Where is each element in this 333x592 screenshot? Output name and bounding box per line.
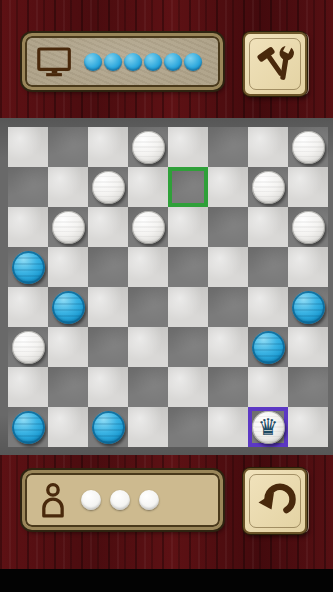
board-cell[interactable]: [168, 247, 208, 287]
blue-piece[interactable]: [12, 411, 45, 444]
board-cell[interactable]: [288, 407, 328, 447]
board-cell[interactable]: [128, 407, 168, 447]
board-cell[interactable]: [208, 407, 248, 447]
hammer-wrench-icon: [253, 42, 297, 86]
captured-piece-dot: [184, 53, 202, 71]
board-cell[interactable]: [8, 407, 48, 447]
board-cell[interactable]: [248, 167, 288, 207]
board-cell[interactable]: [248, 327, 288, 367]
board-cell[interactable]: [128, 127, 168, 167]
board-cell[interactable]: [48, 207, 88, 247]
board-cell[interactable]: [8, 167, 48, 207]
board-cell[interactable]: [88, 207, 128, 247]
bottom-black-bar: [0, 569, 333, 592]
board-cell[interactable]: [128, 167, 168, 207]
white-piece[interactable]: [52, 211, 85, 244]
undo-button[interactable]: [243, 468, 307, 534]
king-crown-icon: ♛: [252, 411, 285, 444]
app-screen: ♛: [0, 0, 333, 592]
blue-piece[interactable]: [12, 251, 45, 284]
board-cell[interactable]: [248, 207, 288, 247]
board-cell[interactable]: [48, 127, 88, 167]
captured-piece-dot: [84, 53, 102, 71]
board-cell[interactable]: [168, 367, 208, 407]
board-cell[interactable]: [8, 127, 48, 167]
board-cell[interactable]: [168, 127, 208, 167]
white-piece[interactable]: [292, 211, 325, 244]
person-icon: [25, 482, 66, 518]
board-cell[interactable]: [88, 327, 128, 367]
board-cell[interactable]: [88, 407, 128, 447]
white-piece[interactable]: [92, 171, 125, 204]
board-cell[interactable]: [8, 207, 48, 247]
board-cell[interactable]: [248, 247, 288, 287]
board-cell[interactable]: [288, 287, 328, 327]
blue-piece[interactable]: [92, 411, 125, 444]
board-cell[interactable]: [88, 367, 128, 407]
checkers-board: ♛: [0, 118, 333, 455]
board-cell[interactable]: [8, 287, 48, 327]
board-cell[interactable]: [48, 167, 88, 207]
board-cell[interactable]: [208, 127, 248, 167]
white-piece[interactable]: [12, 331, 45, 364]
board-cell[interactable]: ♛: [248, 407, 288, 447]
board-cell[interactable]: [288, 247, 328, 287]
player-captured-panel: [22, 470, 223, 530]
board-cell[interactable]: [128, 287, 168, 327]
captured-piece-dot: [110, 490, 130, 510]
computer-monitor-icon: [25, 46, 73, 78]
captured-piece-dot: [139, 490, 159, 510]
captured-piece-dot: [144, 53, 162, 71]
board-cell[interactable]: [48, 287, 88, 327]
board-cell[interactable]: [128, 247, 168, 287]
board-cell[interactable]: [128, 207, 168, 247]
captured-piece-dot: [164, 53, 182, 71]
board-cell[interactable]: [288, 127, 328, 167]
white-piece[interactable]: [252, 171, 285, 204]
white-piece[interactable]: [132, 211, 165, 244]
board-cell[interactable]: [48, 407, 88, 447]
white-piece[interactable]: [132, 131, 165, 164]
board-cell[interactable]: [208, 287, 248, 327]
board-cell[interactable]: [48, 327, 88, 367]
board-grid: ♛: [8, 127, 328, 447]
board-cell[interactable]: [48, 247, 88, 287]
board-cell[interactable]: [208, 167, 248, 207]
white-king-piece[interactable]: ♛: [252, 411, 285, 444]
board-cell[interactable]: [208, 207, 248, 247]
board-cell[interactable]: [288, 367, 328, 407]
board-cell[interactable]: [88, 167, 128, 207]
undo-arrow-icon: [253, 479, 297, 523]
board-cell[interactable]: [288, 167, 328, 207]
board-cell[interactable]: [88, 247, 128, 287]
player-captured-dots: [81, 490, 168, 510]
board-cell[interactable]: [208, 327, 248, 367]
blue-piece[interactable]: [292, 291, 325, 324]
board-cell[interactable]: [248, 367, 288, 407]
board-cell[interactable]: [168, 287, 208, 327]
board-cell[interactable]: [8, 367, 48, 407]
board-cell[interactable]: [88, 287, 128, 327]
board-cell[interactable]: [168, 167, 208, 207]
settings-button[interactable]: [243, 32, 307, 96]
board-cell[interactable]: [208, 367, 248, 407]
captured-piece-dot: [104, 53, 122, 71]
blue-piece[interactable]: [52, 291, 85, 324]
board-cell[interactable]: [168, 327, 208, 367]
board-cell[interactable]: [168, 207, 208, 247]
board-cell[interactable]: [288, 327, 328, 367]
white-piece[interactable]: [292, 131, 325, 164]
board-cell[interactable]: [8, 247, 48, 287]
board-cell[interactable]: [288, 207, 328, 247]
board-cell[interactable]: [248, 287, 288, 327]
board-cell[interactable]: [168, 407, 208, 447]
captured-piece-dot: [124, 53, 142, 71]
board-cell[interactable]: [128, 327, 168, 367]
captured-piece-dot: [81, 490, 101, 510]
opponent-captured-panel: [22, 33, 223, 90]
board-cell[interactable]: [128, 367, 168, 407]
opponent-captured-dots: [84, 53, 204, 71]
board-cell[interactable]: [48, 367, 88, 407]
board-cell[interactable]: [248, 127, 288, 167]
board-cell[interactable]: [8, 327, 48, 367]
board-cell[interactable]: [208, 247, 248, 287]
board-cell[interactable]: [88, 127, 128, 167]
blue-piece[interactable]: [252, 331, 285, 364]
